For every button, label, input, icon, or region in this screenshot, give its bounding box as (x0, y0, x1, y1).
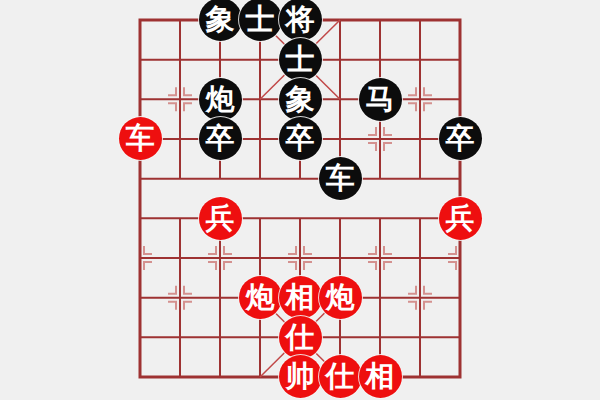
piece-red-soldier[interactable]: 兵 (439, 197, 482, 240)
piece-black-soldier[interactable]: 卒 (279, 117, 322, 160)
piece-black-soldier[interactable]: 卒 (199, 117, 242, 160)
piece-red-advisor[interactable]: 仕 (319, 355, 362, 398)
piece-red-general[interactable]: 帅 (279, 355, 322, 398)
piece-red-elephant[interactable]: 相 (279, 276, 322, 319)
pieces-layer: 象士将士炮象马车卒卒卒车兵兵炮相炮仕帅仕相 (120, 0, 480, 397)
piece-black-horse[interactable]: 马 (359, 78, 402, 121)
piece-black-elephant[interactable]: 象 (199, 0, 242, 41)
piece-red-chariot[interactable]: 车 (119, 117, 162, 160)
piece-black-cannon[interactable]: 炮 (199, 78, 242, 121)
piece-red-soldier[interactable]: 兵 (199, 197, 242, 240)
piece-black-general[interactable]: 将 (279, 0, 322, 41)
piece-red-elephant[interactable]: 相 (359, 355, 402, 398)
piece-red-cannon[interactable]: 炮 (239, 276, 282, 319)
piece-black-soldier[interactable]: 卒 (439, 117, 482, 160)
piece-black-advisor[interactable]: 士 (279, 38, 322, 81)
piece-red-cannon[interactable]: 炮 (319, 276, 362, 319)
piece-red-advisor[interactable]: 仕 (279, 316, 322, 359)
xiangqi-board: 象士将士炮象马车卒卒卒车兵兵炮相炮仕帅仕相 (0, 0, 600, 400)
piece-black-elephant[interactable]: 象 (279, 78, 322, 121)
piece-black-advisor[interactable]: 士 (239, 0, 282, 41)
piece-black-chariot[interactable]: 车 (319, 157, 362, 200)
